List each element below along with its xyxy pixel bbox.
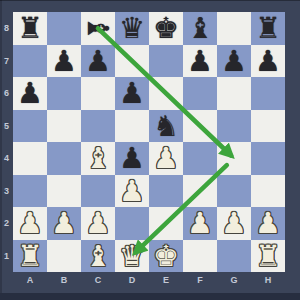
black-knight[interactable]: ♞	[153, 110, 179, 142]
square-e6[interactable]	[149, 77, 183, 110]
file-label-f: F	[183, 271, 217, 289]
square-a4[interactable]	[13, 142, 47, 175]
black-pawn[interactable]: ♟	[119, 142, 145, 174]
square-d4[interactable]: ♟	[115, 142, 149, 175]
file-labels: ABCDEFGH	[13, 271, 285, 289]
square-c2[interactable]: ♟	[81, 207, 115, 240]
square-c7[interactable]: ♟	[81, 45, 115, 78]
square-f8[interactable]: ♝	[183, 12, 217, 45]
square-c8[interactable]: ♝	[81, 12, 115, 45]
chess-board[interactable]: ♜♝♛♚♝♜♟♟♟♟♟♟♟♞♝♟♟♟♟♟♟♟♟♟♜♝♛♚♜	[13, 12, 285, 272]
square-e4[interactable]: ♟	[149, 142, 183, 175]
square-h4[interactable]	[251, 142, 285, 175]
square-e1[interactable]: ♚	[149, 240, 183, 273]
frame-bottom-strip	[0, 293, 300, 300]
white-queen[interactable]: ♛	[119, 240, 145, 272]
square-h3[interactable]	[251, 175, 285, 208]
square-c6[interactable]	[81, 77, 115, 110]
square-e8[interactable]: ♚	[149, 12, 183, 45]
black-pawn[interactable]: ♟	[119, 77, 145, 109]
square-d3[interactable]: ♟	[115, 175, 149, 208]
square-h2[interactable]: ♟	[251, 207, 285, 240]
square-g2[interactable]: ♟	[217, 207, 251, 240]
black-pawn[interactable]: ♟	[221, 45, 247, 77]
square-a8[interactable]: ♜	[13, 12, 47, 45]
black-pawn[interactable]: ♟	[85, 45, 111, 77]
square-a3[interactable]	[13, 175, 47, 208]
square-g7[interactable]: ♟	[217, 45, 251, 78]
board-frame: 87654321 ♜♝♛♚♝♜♟♟♟♟♟♟♟♞♝♟♟♟♟♟♟♟♟♟♜♝♛♚♜ A…	[0, 0, 300, 300]
square-b8[interactable]	[47, 12, 81, 45]
file-label-h: H	[251, 271, 285, 289]
rank-label-8: 8	[0, 12, 13, 45]
rank-label-6: 6	[0, 77, 13, 110]
file-label-a: A	[13, 271, 47, 289]
square-h6[interactable]	[251, 77, 285, 110]
square-d6[interactable]: ♟	[115, 77, 149, 110]
square-d7[interactable]	[115, 45, 149, 78]
square-b7[interactable]: ♟	[47, 45, 81, 78]
white-rook[interactable]: ♜	[255, 240, 281, 272]
square-g8[interactable]	[217, 12, 251, 45]
square-h7[interactable]: ♟	[251, 45, 285, 78]
white-king[interactable]: ♚	[153, 240, 179, 272]
file-label-b: B	[47, 271, 81, 289]
black-pawn[interactable]: ♟	[17, 77, 43, 109]
square-b4[interactable]	[47, 142, 81, 175]
square-d8[interactable]: ♛	[115, 12, 149, 45]
square-f4[interactable]	[183, 142, 217, 175]
square-b5[interactable]	[47, 110, 81, 143]
white-pawn[interactable]: ♟	[51, 207, 77, 239]
rank-labels: 87654321	[0, 12, 13, 272]
square-a6[interactable]: ♟	[13, 77, 47, 110]
square-f1[interactable]	[183, 240, 217, 273]
white-pawn[interactable]: ♟	[255, 207, 281, 239]
square-e2[interactable]	[149, 207, 183, 240]
square-e5[interactable]: ♞	[149, 110, 183, 143]
rank-label-5: 5	[0, 110, 13, 143]
rank-label-7: 7	[0, 45, 13, 78]
black-pawn[interactable]: ♟	[51, 45, 77, 77]
square-d1[interactable]: ♛	[115, 240, 149, 273]
black-rook[interactable]: ♜	[17, 12, 43, 44]
square-g4[interactable]	[217, 142, 251, 175]
white-rook[interactable]: ♜	[17, 240, 43, 272]
square-c5[interactable]	[81, 110, 115, 143]
square-f5[interactable]	[183, 110, 217, 143]
white-pawn[interactable]: ♟	[221, 207, 247, 239]
square-e7[interactable]	[149, 45, 183, 78]
file-label-c: C	[81, 271, 115, 289]
white-pawn[interactable]: ♟	[119, 175, 145, 207]
square-f7[interactable]: ♟	[183, 45, 217, 78]
square-a2[interactable]: ♟	[13, 207, 47, 240]
white-bishop[interactable]: ♝	[85, 142, 111, 174]
black-queen[interactable]: ♛	[119, 12, 145, 44]
black-pawn[interactable]: ♟	[255, 45, 281, 77]
square-h8[interactable]: ♜	[251, 12, 285, 45]
square-d2[interactable]	[115, 207, 149, 240]
rank-label-1: 1	[0, 240, 13, 273]
square-f3[interactable]	[183, 175, 217, 208]
white-bishop[interactable]: ♝	[85, 240, 111, 272]
square-b2[interactable]: ♟	[47, 207, 81, 240]
rank-label-4: 4	[0, 142, 13, 175]
black-bishop[interactable]: ♝	[82, 15, 114, 41]
white-pawn[interactable]: ♟	[187, 207, 213, 239]
white-pawn[interactable]: ♟	[85, 207, 111, 239]
black-rook[interactable]: ♜	[255, 12, 281, 44]
square-f2[interactable]: ♟	[183, 207, 217, 240]
rank-label-3: 3	[0, 175, 13, 208]
square-a5[interactable]	[13, 110, 47, 143]
white-pawn[interactable]: ♟	[153, 142, 179, 174]
square-d5[interactable]	[115, 110, 149, 143]
file-label-g: G	[217, 271, 251, 289]
square-c3[interactable]	[81, 175, 115, 208]
square-a7[interactable]	[13, 45, 47, 78]
black-bishop[interactable]: ♝	[187, 12, 213, 44]
square-g3[interactable]	[217, 175, 251, 208]
square-c4[interactable]: ♝	[81, 142, 115, 175]
square-h5[interactable]	[251, 110, 285, 143]
rank-label-2: 2	[0, 207, 13, 240]
black-pawn[interactable]: ♟	[187, 45, 213, 77]
square-f6[interactable]	[183, 77, 217, 110]
black-king[interactable]: ♚	[153, 12, 179, 44]
square-b3[interactable]	[47, 175, 81, 208]
square-b6[interactable]	[47, 77, 81, 110]
square-b1[interactable]	[47, 240, 81, 273]
square-g6[interactable]	[217, 77, 251, 110]
square-g5[interactable]	[217, 110, 251, 143]
square-a1[interactable]: ♜	[13, 240, 47, 273]
file-label-e: E	[149, 271, 183, 289]
square-g1[interactable]	[217, 240, 251, 273]
square-e3[interactable]	[149, 175, 183, 208]
file-label-d: D	[115, 271, 149, 289]
white-pawn[interactable]: ♟	[17, 207, 43, 239]
square-h1[interactable]: ♜	[251, 240, 285, 273]
square-c1[interactable]: ♝	[81, 240, 115, 273]
